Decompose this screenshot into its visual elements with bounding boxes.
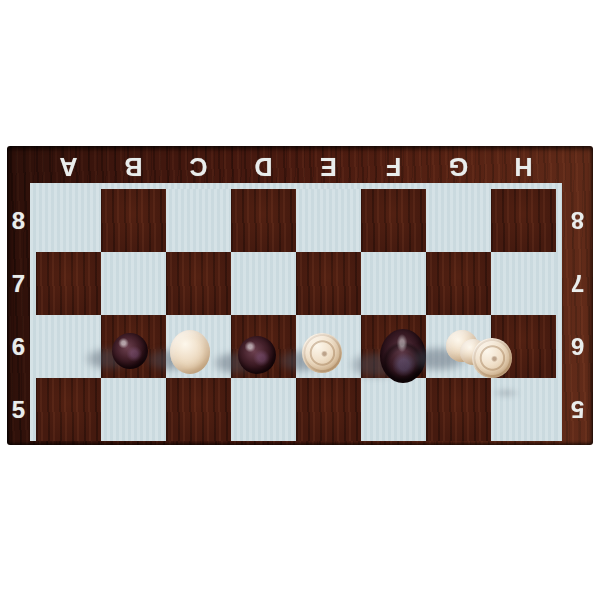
black-pawn-b6[interactable]	[112, 333, 148, 369]
file-label-e: E	[296, 153, 361, 180]
file-label-g: G	[426, 153, 491, 180]
board-grid	[36, 189, 556, 441]
playing-area	[30, 183, 562, 441]
file-label-f: F	[361, 153, 426, 180]
file-label-c: C	[166, 153, 231, 180]
rank-label-right-6: 6	[562, 315, 593, 378]
square-b7[interactable]	[101, 252, 166, 315]
rank-label-left-7: 7	[7, 252, 30, 315]
square-g5[interactable]	[426, 378, 491, 441]
square-b8[interactable]	[101, 189, 166, 252]
white-pawn-e6[interactable]	[302, 333, 342, 373]
square-a6[interactable]	[36, 315, 101, 378]
square-e8[interactable]	[296, 189, 361, 252]
square-g8[interactable]	[426, 189, 491, 252]
square-a8[interactable]	[36, 189, 101, 252]
rank-label-right-7: 7	[562, 252, 593, 315]
square-c7[interactable]	[166, 252, 231, 315]
black-pawn-d6[interactable]	[238, 336, 276, 374]
square-d7[interactable]	[231, 252, 296, 315]
square-d5[interactable]	[231, 378, 296, 441]
square-h8[interactable]	[491, 189, 556, 252]
square-c5[interactable]	[166, 378, 231, 441]
white-pawn-c6[interactable]	[170, 330, 210, 374]
square-e7[interactable]	[296, 252, 361, 315]
rank-label-right-5: 5	[562, 378, 593, 441]
square-a7[interactable]	[36, 252, 101, 315]
square-h7[interactable]	[491, 252, 556, 315]
square-c8[interactable]	[166, 189, 231, 252]
board-stain	[491, 387, 521, 399]
square-d8[interactable]	[231, 189, 296, 252]
chessboard-panel: ABCDEFGH 8765 8765	[7, 146, 593, 445]
square-f8[interactable]	[361, 189, 426, 252]
rank-label-left-6: 6	[7, 315, 30, 378]
rank-label-left-5: 5	[7, 378, 30, 441]
photo-background: ABCDEFGH 8765 8765	[0, 0, 600, 600]
square-a5[interactable]	[36, 378, 101, 441]
rank-label-right-8: 8	[562, 189, 593, 252]
file-label-d: D	[231, 153, 296, 180]
square-f5[interactable]	[361, 378, 426, 441]
file-label-h: H	[491, 153, 556, 180]
square-f7[interactable]	[361, 252, 426, 315]
square-e5[interactable]	[296, 378, 361, 441]
square-g7[interactable]	[426, 252, 491, 315]
rank-label-left-8: 8	[7, 189, 30, 252]
white-pawn-g6-part3[interactable]	[472, 338, 512, 378]
file-label-a: A	[36, 153, 101, 180]
square-b5[interactable]	[101, 378, 166, 441]
file-label-b: B	[101, 153, 166, 180]
